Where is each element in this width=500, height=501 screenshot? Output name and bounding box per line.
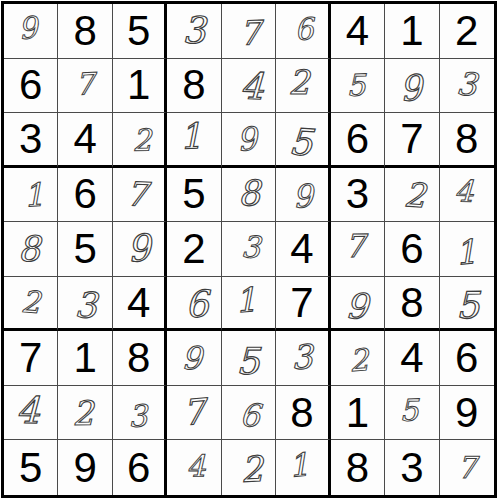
cell-r9c7[interactable]: 8 xyxy=(331,440,385,495)
given-digit: 7 xyxy=(400,118,423,160)
cell-r2c4[interactable]: 8 xyxy=(167,59,221,114)
cell-r2c9[interactable]: 3 xyxy=(440,59,494,114)
given-digit: 5 xyxy=(182,173,205,215)
cell-r5c9[interactable]: 1 xyxy=(440,222,494,277)
cell-r3c4[interactable]: 1 xyxy=(167,113,221,168)
given-digit: 4 xyxy=(73,118,96,160)
given-digit: 7 xyxy=(19,337,42,379)
given-digit: 4 xyxy=(127,282,150,324)
cell-r6c6[interactable]: 7 xyxy=(276,277,330,332)
handwritten-digit: 4 xyxy=(239,68,264,106)
handwritten-digit: 9 xyxy=(235,122,258,155)
handwritten-digit: 7 xyxy=(75,69,96,100)
cell-r4c4[interactable]: 5 xyxy=(167,168,221,223)
handwritten-digit: 3 xyxy=(127,400,148,431)
cell-r4c6[interactable]: 9 xyxy=(276,168,330,223)
cell-r1c7[interactable]: 4 xyxy=(331,4,385,59)
handwritten-digit: 1 xyxy=(234,282,257,317)
given-digit: 7 xyxy=(290,282,313,324)
cell-r6c5[interactable]: 1 xyxy=(222,277,276,332)
cell-r1c6[interactable]: 6 xyxy=(276,4,330,59)
cell-r5c5[interactable]: 3 xyxy=(222,222,276,277)
handwritten-digit: 1 xyxy=(179,118,203,154)
cell-r5c6[interactable]: 4 xyxy=(276,222,330,277)
cell-r3c2[interactable]: 4 xyxy=(58,113,112,168)
cell-r9c3[interactable]: 6 xyxy=(113,440,167,495)
handwritten-digit: 5 xyxy=(288,123,314,161)
cell-r7c1[interactable]: 7 xyxy=(4,331,58,386)
cell-r8c8[interactable]: 5 xyxy=(385,386,439,441)
handwritten-digit: 6 xyxy=(293,13,314,44)
handwritten-digit: 4 xyxy=(186,451,206,481)
cell-r1c9[interactable]: 2 xyxy=(440,4,494,59)
handwritten-digit: 3 xyxy=(240,232,261,263)
cell-r8c4[interactable]: 7 xyxy=(167,386,221,441)
given-digit: 8 xyxy=(290,392,313,434)
cell-r5c4[interactable]: 2 xyxy=(167,222,221,277)
cell-r1c8[interactable]: 1 xyxy=(385,4,439,59)
given-digit: 5 xyxy=(127,10,150,52)
given-digit: 5 xyxy=(19,447,42,489)
cell-r7c6[interactable]: 3 xyxy=(276,331,330,386)
cell-r4c8[interactable]: 2 xyxy=(385,168,439,223)
handwritten-digit: 9 xyxy=(126,229,152,267)
given-digit: 1 xyxy=(73,337,96,379)
given-digit: 8 xyxy=(73,10,96,52)
cell-r7c2[interactable]: 1 xyxy=(58,331,112,386)
given-digit: 6 xyxy=(73,173,96,215)
page: 9853764126718425933421956781675893248592… xyxy=(0,0,500,501)
handwritten-digit: 5 xyxy=(456,286,480,323)
cell-r8c1[interactable]: 4 xyxy=(4,386,58,441)
handwritten-digit: 1 xyxy=(288,448,311,481)
given-digit: 3 xyxy=(346,173,369,215)
given-digit: 8 xyxy=(346,447,369,489)
handwritten-digit: 3 xyxy=(182,11,205,48)
cell-r4c9[interactable]: 4 xyxy=(440,168,494,223)
cell-r3c6[interactable]: 5 xyxy=(276,113,330,168)
cell-r6c3[interactable]: 4 xyxy=(113,277,167,332)
cell-r3c5[interactable]: 9 xyxy=(222,113,276,168)
cell-r9c5[interactable]: 2 xyxy=(222,440,276,495)
handwritten-digit: 2 xyxy=(239,451,263,487)
given-digit: 5 xyxy=(73,228,96,270)
given-digit: 4 xyxy=(290,228,313,270)
handwritten-digit: 5 xyxy=(345,70,365,101)
cell-r4c7[interactable]: 3 xyxy=(331,168,385,223)
handwritten-digit: 7 xyxy=(457,452,476,482)
cell-r1c1[interactable]: 9 xyxy=(4,4,58,59)
given-digit: 2 xyxy=(182,228,205,270)
cell-r9c4[interactable]: 4 xyxy=(167,440,221,495)
cell-r6c1[interactable]: 2 xyxy=(4,277,58,332)
cell-r7c3[interactable]: 8 xyxy=(113,331,167,386)
given-digit: 2 xyxy=(455,10,478,52)
cell-r6c7[interactable]: 9 xyxy=(331,277,385,332)
cell-r5c1[interactable]: 8 xyxy=(4,222,58,277)
cell-r7c5[interactable]: 5 xyxy=(222,331,276,386)
handwritten-digit: 2 xyxy=(348,345,369,376)
cell-r8c9[interactable]: 9 xyxy=(440,386,494,441)
cell-r6c8[interactable]: 8 xyxy=(385,277,439,332)
cell-r2c7[interactable]: 5 xyxy=(331,59,385,114)
handwritten-digit: 9 xyxy=(344,287,368,323)
cell-r5c7[interactable]: 7 xyxy=(331,222,385,277)
handwritten-digit: 5 xyxy=(399,394,419,425)
handwritten-digit: 4 xyxy=(454,176,474,207)
given-digit: 8 xyxy=(400,282,423,324)
cell-r4c1[interactable]: 1 xyxy=(4,168,58,223)
handwritten-digit: 9 xyxy=(398,70,423,106)
handwritten-digit: 2 xyxy=(132,125,152,155)
cell-r3c9[interactable]: 8 xyxy=(440,113,494,168)
given-digit: 6 xyxy=(19,64,42,106)
handwritten-digit: 7 xyxy=(181,393,206,430)
cell-r3c3[interactable]: 2 xyxy=(113,113,167,168)
handwritten-digit: 2 xyxy=(72,396,94,430)
cell-r3c1[interactable]: 3 xyxy=(4,113,58,168)
given-digit: 6 xyxy=(346,118,369,160)
cell-r5c2[interactable]: 5 xyxy=(58,222,112,277)
given-digit: 6 xyxy=(400,228,423,270)
cell-r1c3[interactable]: 5 xyxy=(113,4,167,59)
cell-r5c3[interactable]: 9 xyxy=(113,222,167,277)
cell-r2c5[interactable]: 4 xyxy=(222,59,276,114)
cell-r2c2[interactable]: 7 xyxy=(58,59,112,114)
handwritten-digit: 9 xyxy=(181,342,202,374)
cell-r4c2[interactable]: 6 xyxy=(58,168,112,223)
given-digit: 4 xyxy=(346,10,369,52)
cell-r6c2[interactable]: 3 xyxy=(58,277,112,332)
handwritten-digit: 7 xyxy=(344,230,365,262)
handwritten-digit: 1 xyxy=(454,234,478,269)
cell-r2c1[interactable]: 6 xyxy=(4,59,58,114)
cell-r7c4[interactable]: 9 xyxy=(167,331,221,386)
handwritten-digit: 7 xyxy=(238,16,260,50)
given-digit: 3 xyxy=(400,447,423,489)
given-digit: 8 xyxy=(127,337,150,379)
given-digit: 1 xyxy=(346,392,369,434)
cell-r9c6[interactable]: 1 xyxy=(276,440,330,495)
given-digit: 6 xyxy=(127,447,150,489)
cell-r9c1[interactable]: 5 xyxy=(4,440,58,495)
cell-r6c9[interactable]: 5 xyxy=(440,277,494,332)
given-digit: 1 xyxy=(127,64,150,106)
cell-r7c8[interactable]: 4 xyxy=(385,331,439,386)
handwritten-digit: 2 xyxy=(20,286,41,317)
given-digit: 1 xyxy=(400,10,423,52)
handwritten-digit: 9 xyxy=(292,180,314,213)
handwritten-digit: 3 xyxy=(74,287,97,323)
cell-r3c8[interactable]: 7 xyxy=(385,113,439,168)
cell-r6c4[interactable]: 6 xyxy=(167,277,221,332)
cell-r9c8[interactable]: 3 xyxy=(385,440,439,495)
cell-r9c9[interactable]: 7 xyxy=(440,440,494,495)
cell-r4c5[interactable]: 8 xyxy=(222,168,276,223)
given-digit: 6 xyxy=(455,337,478,379)
given-digit: 9 xyxy=(73,447,96,489)
cell-r2c6[interactable]: 2 xyxy=(276,59,330,114)
handwritten-digit: 8 xyxy=(18,231,40,266)
handwritten-digit: 6 xyxy=(185,285,210,323)
cell-r9c2[interactable]: 9 xyxy=(58,440,112,495)
handwritten-digit: 3 xyxy=(455,68,478,101)
cell-r1c5[interactable]: 7 xyxy=(222,4,276,59)
cell-r3c7[interactable]: 6 xyxy=(331,113,385,168)
cell-r8c3[interactable]: 3 xyxy=(113,386,167,441)
cell-r2c8[interactable]: 9 xyxy=(385,59,439,114)
handwritten-digit: 8 xyxy=(237,176,260,211)
handwritten-digit: 3 xyxy=(291,340,313,374)
handwritten-digit: 2 xyxy=(403,178,426,213)
cell-r8c2[interactable]: 2 xyxy=(58,386,112,441)
given-digit: 9 xyxy=(455,392,478,434)
cell-r1c4[interactable]: 3 xyxy=(167,4,221,59)
cell-r4c3[interactable]: 7 xyxy=(113,168,167,223)
handwritten-digit: 2 xyxy=(288,66,309,99)
handwritten-digit: 1 xyxy=(23,179,45,212)
handwritten-digit: 5 xyxy=(236,343,259,380)
given-digit: 8 xyxy=(182,64,205,106)
given-digit: 4 xyxy=(400,337,423,379)
cell-r8c6[interactable]: 8 xyxy=(276,386,330,441)
cell-r5c8[interactable]: 6 xyxy=(385,222,439,277)
cell-r2c3[interactable]: 1 xyxy=(113,59,167,114)
sudoku-board: 9853764126718425933421956781675893248592… xyxy=(1,1,497,498)
given-digit: 8 xyxy=(455,118,478,160)
handwritten-digit: 9 xyxy=(17,12,39,43)
cell-r1c2[interactable]: 8 xyxy=(58,4,112,59)
handwritten-digit: 6 xyxy=(238,398,260,431)
handwritten-digit: 7 xyxy=(125,177,148,211)
cell-r8c7[interactable]: 1 xyxy=(331,386,385,441)
cell-r8c5[interactable]: 6 xyxy=(222,386,276,441)
handwritten-digit: 4 xyxy=(16,391,40,428)
cell-r7c9[interactable]: 6 xyxy=(440,331,494,386)
cell-r7c7[interactable]: 2 xyxy=(331,331,385,386)
given-digit: 3 xyxy=(19,118,42,160)
